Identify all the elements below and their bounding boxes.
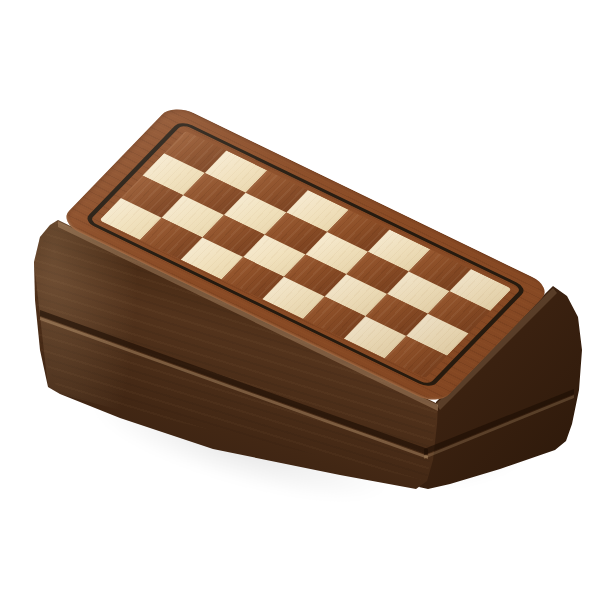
product-photo-chess-box — [0, 0, 600, 600]
